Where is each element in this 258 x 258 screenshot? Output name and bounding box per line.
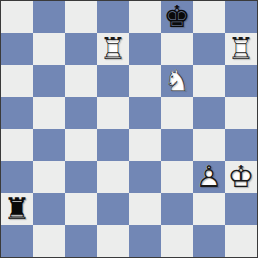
square-g1[interactable]: [193, 225, 225, 257]
square-h4[interactable]: [225, 129, 257, 161]
square-h2[interactable]: [225, 193, 257, 225]
square-f6[interactable]: ♞♘: [161, 65, 193, 97]
square-h6[interactable]: [225, 65, 257, 97]
square-f8[interactable]: ♚: [161, 1, 193, 33]
square-g7[interactable]: [193, 33, 225, 65]
square-c3[interactable]: [65, 161, 97, 193]
square-c4[interactable]: [65, 129, 97, 161]
square-e1[interactable]: [129, 225, 161, 257]
chess-board-frame: ♚♜♖♜♖♞♘♟♙♚♔♜: [0, 0, 258, 258]
square-e7[interactable]: [129, 33, 161, 65]
square-f1[interactable]: [161, 225, 193, 257]
square-d8[interactable]: [97, 1, 129, 33]
square-c2[interactable]: [65, 193, 97, 225]
square-b3[interactable]: [33, 161, 65, 193]
piece-white-king-h3[interactable]: ♚♔: [225, 161, 257, 193]
square-a3[interactable]: [1, 161, 33, 193]
white-pawn-glyph: ♙: [193, 161, 225, 193]
square-g8[interactable]: [193, 1, 225, 33]
chess-board: ♚♜♖♜♖♞♘♟♙♚♔♜: [1, 1, 257, 257]
piece-white-knight-f6[interactable]: ♞♘: [161, 65, 193, 97]
square-g5[interactable]: [193, 97, 225, 129]
square-g2[interactable]: [193, 193, 225, 225]
square-d3[interactable]: [97, 161, 129, 193]
square-a1[interactable]: [1, 225, 33, 257]
square-c5[interactable]: [65, 97, 97, 129]
white-rook-glyph: ♖: [97, 33, 129, 65]
square-f5[interactable]: [161, 97, 193, 129]
square-e6[interactable]: [129, 65, 161, 97]
square-a6[interactable]: [1, 65, 33, 97]
piece-white-pawn-g3[interactable]: ♟♙: [193, 161, 225, 193]
square-b5[interactable]: [33, 97, 65, 129]
square-c6[interactable]: [65, 65, 97, 97]
piece-black-rook-a2[interactable]: ♜: [1, 193, 33, 225]
square-d2[interactable]: [97, 193, 129, 225]
square-h3[interactable]: ♚♔: [225, 161, 257, 193]
square-b4[interactable]: [33, 129, 65, 161]
square-h5[interactable]: [225, 97, 257, 129]
square-b7[interactable]: [33, 33, 65, 65]
square-f4[interactable]: [161, 129, 193, 161]
square-b1[interactable]: [33, 225, 65, 257]
white-rook-glyph: ♖: [225, 33, 257, 65]
square-e4[interactable]: [129, 129, 161, 161]
square-e3[interactable]: [129, 161, 161, 193]
square-e2[interactable]: [129, 193, 161, 225]
square-b6[interactable]: [33, 65, 65, 97]
square-g3[interactable]: ♟♙: [193, 161, 225, 193]
square-d7[interactable]: ♜♖: [97, 33, 129, 65]
white-king-glyph: ♔: [225, 161, 257, 193]
square-d6[interactable]: [97, 65, 129, 97]
piece-black-king-f8[interactable]: ♚: [161, 1, 193, 33]
square-c8[interactable]: [65, 1, 97, 33]
square-g6[interactable]: [193, 65, 225, 97]
square-d5[interactable]: [97, 97, 129, 129]
black-king-glyph: ♚: [161, 1, 193, 33]
square-a8[interactable]: [1, 1, 33, 33]
square-a2[interactable]: ♜: [1, 193, 33, 225]
square-a7[interactable]: [1, 33, 33, 65]
square-c1[interactable]: [65, 225, 97, 257]
square-a5[interactable]: [1, 97, 33, 129]
square-b2[interactable]: [33, 193, 65, 225]
square-h7[interactable]: ♜♖: [225, 33, 257, 65]
square-h1[interactable]: [225, 225, 257, 257]
square-f2[interactable]: [161, 193, 193, 225]
piece-white-rook-d7[interactable]: ♜♖: [97, 33, 129, 65]
square-e8[interactable]: [129, 1, 161, 33]
square-g4[interactable]: [193, 129, 225, 161]
square-a4[interactable]: [1, 129, 33, 161]
square-b8[interactable]: [33, 1, 65, 33]
piece-white-rook-h7[interactable]: ♜♖: [225, 33, 257, 65]
black-rook-glyph: ♜: [1, 193, 33, 225]
square-e5[interactable]: [129, 97, 161, 129]
square-d1[interactable]: [97, 225, 129, 257]
square-f3[interactable]: [161, 161, 193, 193]
square-d4[interactable]: [97, 129, 129, 161]
white-knight-glyph: ♘: [161, 65, 193, 97]
square-h8[interactable]: [225, 1, 257, 33]
square-c7[interactable]: [65, 33, 97, 65]
square-f7[interactable]: [161, 33, 193, 65]
